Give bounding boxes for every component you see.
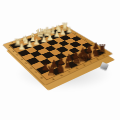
coordinate-label: f [89,60,93,62]
square-f8: ♝ [79,55,92,62]
coordinate-label: e [82,63,87,66]
coordinate-label: h [101,54,106,57]
coordinate-label: 8 [101,49,105,51]
coordinate-label: a [51,77,56,80]
coordinate-label: 1 [8,46,12,48]
coordinate-label: d [74,67,79,70]
coordinate-label: 2 [69,30,73,32]
coordinate-label: 4 [20,58,24,61]
coordinate-label: c [67,70,71,73]
coordinate-label: g [95,57,100,60]
coordinate-label: b [59,73,64,76]
chess-set-product-photo: abcdefgh abcdefgh 12345678 12345678 ♜♞♝♛… [0,0,120,120]
